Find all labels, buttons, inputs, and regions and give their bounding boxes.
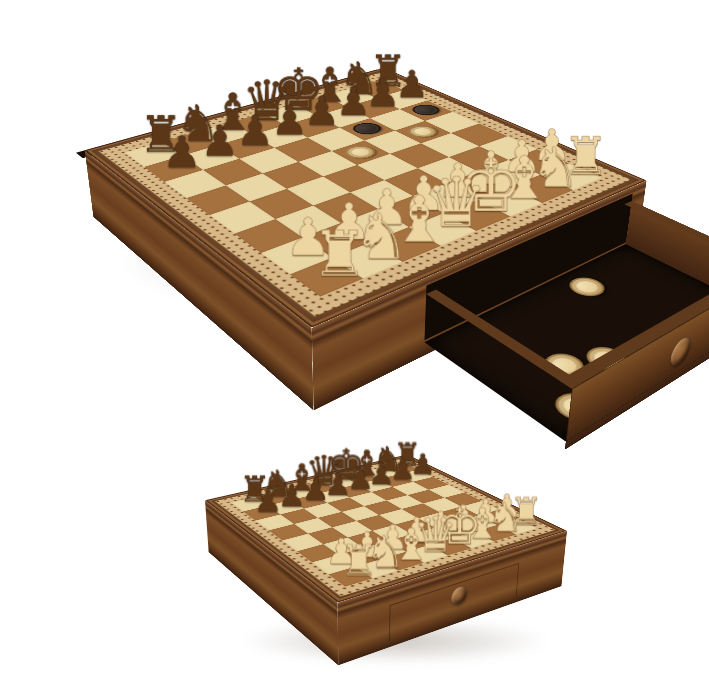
drawer-checker-light xyxy=(563,274,612,300)
product-photo-canvas: ♜♞♝♛♚♝♞♜♟♟♟♟♟♟♟♟♟♟♟♟♟♟♟♟♜♞♝♛♚♝♞♜ ♜♞♝♛♚♝♞… xyxy=(0,0,709,685)
chess-board-closed: ♜♞♝♛♚♝♞♜♟♟♟♟♟♟♟♟♟♟♟♟♟♟♟♟♜♞♝♛♚♝♞♜ xyxy=(205,454,567,602)
checker-light-g5 xyxy=(403,124,443,140)
piece-dark-pawn-a7: ♟ xyxy=(121,130,243,174)
piece-light-rook-a1: ♜ xyxy=(264,223,414,286)
product-photo-open-set[interactable]: ♜♞♝♛♚♝♞♜♟♟♟♟♟♟♟♟♟♟♟♟♟♟♟♟♜♞♝♛♚♝♞♜ xyxy=(0,0,709,385)
checker-light-e5 xyxy=(340,143,381,160)
piece-dark-pawn-a7: ♟ xyxy=(207,486,328,517)
piece-light-rook-a1: ♜ xyxy=(288,540,429,582)
product-photo-closed-set[interactable]: ♜♞♝♛♚♝♞♜♟♟♟♟♟♟♟♟♟♟♟♟♟♟♟♟♜♞♝♛♚♝♞♜ xyxy=(0,330,709,685)
